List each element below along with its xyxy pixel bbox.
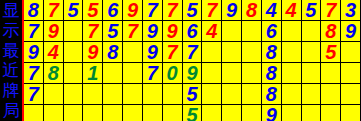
grid-cell-digit: 7 (24, 84, 44, 105)
grid-cell-digit: 8 (262, 42, 282, 63)
grid-cell-digit: 6 (103, 0, 123, 21)
grid-cell-empty (302, 21, 322, 42)
grid-cell-empty (64, 105, 84, 121)
grid-cell-digit: 9 (222, 0, 242, 21)
grid-cell-empty (302, 42, 322, 63)
grid-cell-empty (202, 105, 222, 121)
grid-cell-empty (222, 63, 242, 84)
grid-cell-empty (321, 105, 341, 121)
grid-cell-digit: 9 (24, 42, 44, 63)
grid-cell-digit: 7 (143, 63, 163, 84)
grid-cell-empty (282, 21, 302, 42)
grid-cell-digit: 8 (44, 63, 64, 84)
title-char: 最 (0, 40, 22, 60)
grid-cell-digit: 9 (83, 42, 103, 63)
grid-cell-empty (242, 63, 262, 84)
title-char: 局 (0, 101, 22, 121)
grid-cell-empty (341, 84, 361, 105)
grid-cell-digit: 3 (341, 0, 361, 21)
grid-cell-digit: 4 (262, 0, 282, 21)
grid-cell-empty (341, 63, 361, 84)
title-char: 牌 (0, 81, 22, 101)
grid-cell-empty (282, 42, 302, 63)
grid-cell-empty (242, 84, 262, 105)
grid-cell-empty (64, 84, 84, 105)
grid-cell-digit: 1 (83, 63, 103, 84)
grid-cell-digit: 0 (163, 63, 183, 84)
grid-cell-empty (83, 105, 103, 121)
grid-cell-empty (302, 63, 322, 84)
grid-cell-empty (143, 105, 163, 121)
grid-cell-empty (242, 21, 262, 42)
grid-cell-empty (202, 42, 222, 63)
grid-cell-empty (103, 105, 123, 121)
grid-cell-empty (202, 84, 222, 105)
grid-cell-digit: 5 (103, 21, 123, 42)
grid-cell-digit: 9 (341, 21, 361, 42)
grid-cell-digit: 8 (24, 0, 44, 21)
grid-cell-digit: 7 (44, 0, 64, 21)
grid-cell-digit: 7 (321, 0, 341, 21)
grid-cell-empty (222, 84, 242, 105)
grid-cell-digit: 8 (242, 0, 262, 21)
grid-cell-empty (123, 63, 143, 84)
grid-cell-empty (123, 105, 143, 121)
grid-cell-digit: 4 (44, 42, 64, 63)
grid-cell-empty (282, 63, 302, 84)
grid-cell-digit: 9 (262, 105, 282, 121)
grid-cell-empty (202, 63, 222, 84)
grid-cell-digit: 9 (123, 0, 143, 21)
grid-cell-empty (282, 84, 302, 105)
grid-cell-empty (143, 84, 163, 105)
grid-cell-digit: 9 (163, 21, 183, 42)
grid-cell-empty (103, 63, 123, 84)
recent-rounds-board: 显示最近牌局 875569775798445737975799646899498… (0, 0, 361, 121)
grid-cell-empty (44, 105, 64, 121)
grid-cell-empty (163, 105, 183, 121)
grid-cell-digit: 6 (183, 21, 203, 42)
grid-cell-digit: 9 (44, 21, 64, 42)
grid-cell-digit: 5 (183, 0, 203, 21)
grid-cell-digit: 7 (163, 0, 183, 21)
grid-cell-digit: 7 (143, 0, 163, 21)
grid-cell-digit: 7 (24, 63, 44, 84)
grid-cell-digit: 7 (183, 42, 203, 63)
grid-cell-empty (302, 105, 322, 121)
grid-cell-digit: 5 (321, 42, 341, 63)
title-char: 近 (0, 60, 22, 80)
title-char: 示 (0, 20, 22, 40)
grid-cell-empty (242, 42, 262, 63)
grid-cell-empty (64, 63, 84, 84)
grid-cell-empty (321, 84, 341, 105)
grid-cell-empty (302, 84, 322, 105)
grid-cell-digit: 8 (262, 63, 282, 84)
grid-cell-digit: 8 (321, 21, 341, 42)
grid-cell-digit: 5 (183, 84, 203, 105)
grid-cell-digit: 7 (163, 42, 183, 63)
grid-cell-digit: 7 (24, 21, 44, 42)
grid-cell-digit: 5 (183, 105, 203, 121)
grid-cell-empty (64, 21, 84, 42)
grid-cell-digit: 5 (83, 0, 103, 21)
grid-cell-digit: 5 (64, 0, 84, 21)
grid-cell-empty (222, 42, 242, 63)
grid-cell-digit: 4 (282, 0, 302, 21)
grid-cell-empty (282, 105, 302, 121)
grid-cell-empty (341, 42, 361, 63)
grid-cell-digit: 9 (183, 63, 203, 84)
grid-cell-digit: 7 (123, 21, 143, 42)
grid-cell-empty (44, 84, 64, 105)
grid-cell-digit: 8 (103, 42, 123, 63)
grid-cell-digit: 5 (302, 0, 322, 21)
grid-cell-empty (242, 105, 262, 121)
grid-cell-empty (321, 63, 341, 84)
grid-cell-empty (222, 21, 242, 42)
grid-cell-digit: 6 (262, 21, 282, 42)
grid-cell-digit: 9 (143, 21, 163, 42)
grid-cell-empty (123, 84, 143, 105)
grid-cell-empty (24, 105, 44, 121)
grid-cell-empty (341, 105, 361, 121)
grid-cell-digit: 4 (202, 21, 222, 42)
grid-cell-digit: 7 (202, 0, 222, 21)
grid-cell-empty (83, 84, 103, 105)
grid-cell-empty (123, 42, 143, 63)
grid-cell-empty (222, 105, 242, 121)
score-grid: 8755697757984457379757996468994989778578… (24, 0, 361, 121)
grid-cell-empty (163, 84, 183, 105)
grid-cell-digit: 9 (143, 42, 163, 63)
label-column: 显示最近牌局 (0, 0, 22, 121)
grid-cell-digit: 8 (262, 84, 282, 105)
grid-cell-empty (103, 84, 123, 105)
grid-cell-empty (64, 42, 84, 63)
grid-cell-digit: 7 (83, 21, 103, 42)
title-char: 显 (0, 0, 22, 20)
